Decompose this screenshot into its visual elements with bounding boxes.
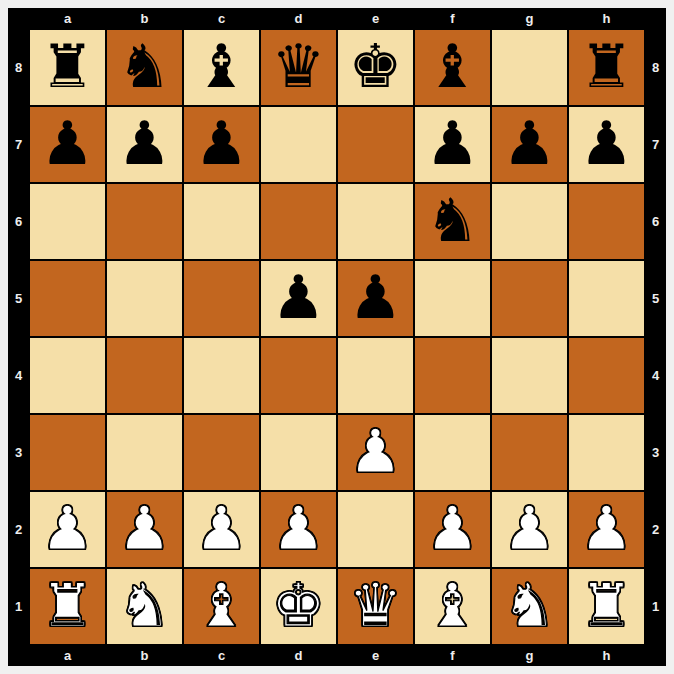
piece-black-pawn[interactable]: ♟ bbox=[580, 113, 634, 173]
square-e1[interactable]: ♛ bbox=[337, 568, 414, 645]
rank-label-7-left: 7 bbox=[8, 106, 29, 183]
piece-white-pawn[interactable]: ♟ bbox=[118, 498, 172, 558]
square-h1[interactable]: ♜ bbox=[568, 568, 645, 645]
square-e2[interactable] bbox=[337, 491, 414, 568]
square-e8[interactable]: ♚ bbox=[337, 29, 414, 106]
file-label-c-top: c bbox=[183, 8, 260, 29]
square-g7[interactable]: ♟ bbox=[491, 106, 568, 183]
square-b8[interactable]: ♞ bbox=[106, 29, 183, 106]
square-h4[interactable] bbox=[568, 337, 645, 414]
rank-label-8-right: 8 bbox=[645, 29, 666, 106]
square-c4[interactable] bbox=[183, 337, 260, 414]
piece-black-bishop[interactable]: ♝ bbox=[426, 36, 480, 96]
square-b7[interactable]: ♟ bbox=[106, 106, 183, 183]
piece-black-rook[interactable]: ♜ bbox=[580, 36, 634, 96]
file-label-d-top: d bbox=[260, 8, 337, 29]
rank-label-4-left: 4 bbox=[8, 337, 29, 414]
piece-white-pawn[interactable]: ♟ bbox=[503, 498, 557, 558]
square-a5[interactable] bbox=[29, 260, 106, 337]
piece-white-king[interactable]: ♚ bbox=[272, 575, 326, 635]
square-g3[interactable] bbox=[491, 414, 568, 491]
square-h7[interactable]: ♟ bbox=[568, 106, 645, 183]
square-a4[interactable] bbox=[29, 337, 106, 414]
piece-black-pawn[interactable]: ♟ bbox=[426, 113, 480, 173]
piece-black-rook[interactable]: ♜ bbox=[41, 36, 95, 96]
square-b2[interactable]: ♟ bbox=[106, 491, 183, 568]
square-h6[interactable] bbox=[568, 183, 645, 260]
piece-black-pawn[interactable]: ♟ bbox=[503, 113, 557, 173]
file-label-d-bottom: d bbox=[260, 645, 337, 666]
square-a8[interactable]: ♜ bbox=[29, 29, 106, 106]
square-f4[interactable] bbox=[414, 337, 491, 414]
piece-white-queen[interactable]: ♛ bbox=[349, 575, 403, 635]
chess-board-frame: a b c d e f g h 8 7 6 5 4 3 2 1 ♜♞♝♛♚♝♜♟… bbox=[8, 8, 666, 666]
square-g5[interactable] bbox=[491, 260, 568, 337]
square-f6[interactable]: ♞ bbox=[414, 183, 491, 260]
square-f3[interactable] bbox=[414, 414, 491, 491]
square-c5[interactable] bbox=[183, 260, 260, 337]
rank-label-3-right: 3 bbox=[645, 414, 666, 491]
file-label-a-bottom: a bbox=[29, 645, 106, 666]
board-middle-section: 8 7 6 5 4 3 2 1 ♜♞♝♛♚♝♜♟♟♟♟♟♟♞♟♟♟♟♟♟♟♟♟♟… bbox=[8, 29, 666, 645]
file-label-f-bottom: f bbox=[414, 645, 491, 666]
piece-white-bishop[interactable]: ♝ bbox=[426, 575, 480, 635]
square-h2[interactable]: ♟ bbox=[568, 491, 645, 568]
rank-labels-left: 8 7 6 5 4 3 2 1 bbox=[8, 29, 29, 645]
square-g6[interactable] bbox=[491, 183, 568, 260]
square-f1[interactable]: ♝ bbox=[414, 568, 491, 645]
file-label-h-top: h bbox=[568, 8, 645, 29]
piece-black-queen[interactable]: ♛ bbox=[272, 36, 326, 96]
square-f7[interactable]: ♟ bbox=[414, 106, 491, 183]
piece-white-pawn[interactable]: ♟ bbox=[580, 498, 634, 558]
piece-black-pawn[interactable]: ♟ bbox=[272, 267, 326, 327]
file-label-c-bottom: c bbox=[183, 645, 260, 666]
square-e4[interactable] bbox=[337, 337, 414, 414]
rank-label-4-right: 4 bbox=[645, 337, 666, 414]
square-f8[interactable]: ♝ bbox=[414, 29, 491, 106]
square-a6[interactable] bbox=[29, 183, 106, 260]
chess-board: ♜♞♝♛♚♝♜♟♟♟♟♟♟♞♟♟♟♟♟♟♟♟♟♟♜♞♝♚♛♝♞♜ bbox=[29, 29, 645, 645]
square-f2[interactable]: ♟ bbox=[414, 491, 491, 568]
square-g4[interactable] bbox=[491, 337, 568, 414]
square-d4[interactable] bbox=[260, 337, 337, 414]
square-b4[interactable] bbox=[106, 337, 183, 414]
square-a2[interactable]: ♟ bbox=[29, 491, 106, 568]
piece-white-pawn[interactable]: ♟ bbox=[426, 498, 480, 558]
square-c3[interactable] bbox=[183, 414, 260, 491]
piece-white-rook[interactable]: ♜ bbox=[580, 575, 634, 635]
file-label-e-top: e bbox=[337, 8, 414, 29]
rank-label-2-left: 2 bbox=[8, 491, 29, 568]
file-labels-top: a b c d e f g h bbox=[8, 8, 666, 29]
square-c1[interactable]: ♝ bbox=[183, 568, 260, 645]
square-e6[interactable] bbox=[337, 183, 414, 260]
square-h5[interactable] bbox=[568, 260, 645, 337]
piece-black-pawn[interactable]: ♟ bbox=[41, 113, 95, 173]
piece-black-pawn[interactable]: ♟ bbox=[349, 267, 403, 327]
piece-white-rook[interactable]: ♜ bbox=[41, 575, 95, 635]
square-f5[interactable] bbox=[414, 260, 491, 337]
square-b6[interactable] bbox=[106, 183, 183, 260]
rank-label-2-right: 2 bbox=[645, 491, 666, 568]
piece-black-king[interactable]: ♚ bbox=[349, 36, 403, 96]
piece-black-pawn[interactable]: ♟ bbox=[195, 113, 249, 173]
square-b5[interactable] bbox=[106, 260, 183, 337]
rank-label-8-left: 8 bbox=[8, 29, 29, 106]
square-h3[interactable] bbox=[568, 414, 645, 491]
square-c2[interactable]: ♟ bbox=[183, 491, 260, 568]
square-e5[interactable]: ♟ bbox=[337, 260, 414, 337]
piece-white-pawn[interactable]: ♟ bbox=[41, 498, 95, 558]
rank-label-1-right: 1 bbox=[645, 568, 666, 645]
square-b3[interactable] bbox=[106, 414, 183, 491]
piece-white-pawn[interactable]: ♟ bbox=[195, 498, 249, 558]
square-a1[interactable]: ♜ bbox=[29, 568, 106, 645]
piece-white-pawn[interactable]: ♟ bbox=[349, 421, 403, 481]
square-d6[interactable] bbox=[260, 183, 337, 260]
file-label-b-bottom: b bbox=[106, 645, 183, 666]
rank-label-6-left: 6 bbox=[8, 183, 29, 260]
square-d1[interactable]: ♚ bbox=[260, 568, 337, 645]
rank-label-5-right: 5 bbox=[645, 260, 666, 337]
square-c7[interactable]: ♟ bbox=[183, 106, 260, 183]
file-label-f-top: f bbox=[414, 8, 491, 29]
piece-black-knight[interactable]: ♞ bbox=[118, 36, 172, 96]
file-label-e-bottom: e bbox=[337, 645, 414, 666]
piece-black-knight[interactable]: ♞ bbox=[426, 190, 480, 250]
file-label-g-top: g bbox=[491, 8, 568, 29]
square-d5[interactable]: ♟ bbox=[260, 260, 337, 337]
rank-label-3-left: 3 bbox=[8, 414, 29, 491]
square-g8[interactable] bbox=[491, 29, 568, 106]
square-d8[interactable]: ♛ bbox=[260, 29, 337, 106]
rank-label-7-right: 7 bbox=[645, 106, 666, 183]
file-label-b-top: b bbox=[106, 8, 183, 29]
square-d2[interactable]: ♟ bbox=[260, 491, 337, 568]
square-d7[interactable] bbox=[260, 106, 337, 183]
file-label-h-bottom: h bbox=[568, 645, 645, 666]
square-g2[interactable]: ♟ bbox=[491, 491, 568, 568]
square-e7[interactable] bbox=[337, 106, 414, 183]
file-label-g-bottom: g bbox=[491, 645, 568, 666]
square-d3[interactable] bbox=[260, 414, 337, 491]
file-labels-bottom: a b c d e f g h bbox=[8, 645, 666, 666]
piece-black-pawn[interactable]: ♟ bbox=[118, 113, 172, 173]
file-label-a-top: a bbox=[29, 8, 106, 29]
square-e3[interactable]: ♟ bbox=[337, 414, 414, 491]
rank-label-1-left: 1 bbox=[8, 568, 29, 645]
piece-white-knight[interactable]: ♞ bbox=[503, 575, 557, 635]
piece-black-bishop[interactable]: ♝ bbox=[195, 36, 249, 96]
square-b1[interactable]: ♞ bbox=[106, 568, 183, 645]
rank-labels-right: 8 7 6 5 4 3 2 1 bbox=[645, 29, 666, 645]
piece-white-bishop[interactable]: ♝ bbox=[195, 575, 249, 635]
square-a3[interactable] bbox=[29, 414, 106, 491]
square-h8[interactable]: ♜ bbox=[568, 29, 645, 106]
piece-white-knight[interactable]: ♞ bbox=[118, 575, 172, 635]
square-c8[interactable]: ♝ bbox=[183, 29, 260, 106]
piece-white-pawn[interactable]: ♟ bbox=[272, 498, 326, 558]
square-c6[interactable] bbox=[183, 183, 260, 260]
rank-label-6-right: 6 bbox=[645, 183, 666, 260]
rank-label-5-left: 5 bbox=[8, 260, 29, 337]
square-g1[interactable]: ♞ bbox=[491, 568, 568, 645]
square-a7[interactable]: ♟ bbox=[29, 106, 106, 183]
